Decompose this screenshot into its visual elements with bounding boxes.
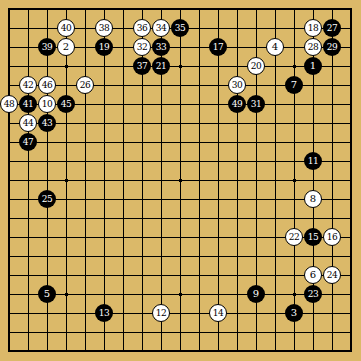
white-stone-disc: 20	[247, 57, 265, 75]
white-stone-move-34: 34	[152, 19, 171, 38]
move-number: 40	[61, 23, 71, 32]
black-stone-disc: 9	[247, 285, 265, 303]
move-number: 35	[175, 23, 185, 32]
move-number: 7	[291, 80, 297, 90]
black-stone-move-39: 39	[38, 38, 57, 57]
move-number: 42	[23, 80, 33, 89]
white-stone-disc: 26	[76, 76, 94, 94]
move-number: 1	[310, 61, 316, 71]
move-number: 2	[63, 42, 69, 52]
white-stone-move-48: 48	[0, 95, 19, 114]
black-stone-disc: 27	[323, 19, 341, 37]
move-number: 11	[308, 156, 318, 165]
white-stone-disc: 48	[0, 95, 18, 113]
white-stone-move-12: 12	[152, 304, 171, 323]
black-stone-move-45: 45	[57, 95, 76, 114]
white-stone-move-14: 14	[209, 304, 228, 323]
move-number: 46	[42, 80, 52, 89]
move-number: 44	[23, 118, 33, 127]
move-number: 19	[99, 42, 109, 51]
black-stone-disc: 39	[38, 38, 56, 56]
move-number: 33	[156, 42, 166, 51]
white-stone-disc: 24	[323, 266, 341, 284]
white-stone-move-6: 6	[304, 266, 323, 285]
move-number: 12	[156, 308, 166, 317]
black-stone-disc: 29	[323, 38, 341, 56]
white-stone-disc: 4	[266, 38, 284, 56]
move-number: 38	[99, 23, 109, 32]
move-number: 20	[251, 61, 261, 70]
white-stone-disc: 22	[285, 228, 303, 246]
black-stone-move-13: 13	[95, 304, 114, 323]
black-stone-move-35: 35	[171, 19, 190, 38]
black-stone-move-17: 17	[209, 38, 228, 57]
move-number: 36	[137, 23, 147, 32]
black-stone-disc: 19	[95, 38, 113, 56]
move-number: 21	[156, 61, 166, 70]
move-number: 49	[232, 99, 242, 108]
black-stone-move-27: 27	[323, 19, 342, 38]
move-number: 26	[80, 80, 90, 89]
white-stone-move-30: 30	[228, 76, 247, 95]
white-stone-disc: 36	[133, 19, 151, 37]
move-number: 14	[213, 308, 223, 317]
black-stone-move-9: 9	[247, 285, 266, 304]
black-stone-move-11: 11	[304, 152, 323, 171]
move-number: 13	[99, 308, 109, 317]
black-stone-disc: 7	[285, 76, 303, 94]
black-stone-move-5: 5	[38, 285, 57, 304]
black-stone-move-37: 37	[133, 57, 152, 76]
move-number: 5	[44, 289, 50, 299]
black-stone-disc: 33	[152, 38, 170, 56]
black-stone-disc: 5	[38, 285, 56, 303]
move-number: 34	[156, 23, 166, 32]
white-stone-move-28: 28	[304, 38, 323, 57]
black-stone-disc: 37	[133, 57, 151, 75]
black-stone-move-15: 15	[304, 228, 323, 247]
black-stone-move-21: 21	[152, 57, 171, 76]
black-stone-disc: 3	[285, 304, 303, 322]
white-stone-disc: 34	[152, 19, 170, 37]
move-number: 39	[42, 42, 52, 51]
move-number: 27	[327, 23, 337, 32]
move-number: 9	[253, 289, 259, 299]
move-number: 25	[42, 194, 52, 203]
black-stone-disc: 1	[304, 57, 322, 75]
black-stone-disc: 35	[171, 19, 189, 37]
black-stone-move-43: 43	[38, 114, 57, 133]
black-stone-move-47: 47	[19, 133, 38, 152]
move-number: 10	[42, 99, 52, 108]
white-stone-disc: 42	[19, 76, 37, 94]
white-stone-disc: 10	[38, 95, 56, 113]
black-stone-disc: 11	[304, 152, 322, 170]
move-number: 45	[61, 99, 71, 108]
white-stone-move-40: 40	[57, 19, 76, 38]
black-stone-disc: 47	[19, 133, 37, 151]
black-stone-move-31: 31	[247, 95, 266, 114]
move-number: 30	[232, 80, 242, 89]
move-number: 18	[308, 23, 318, 32]
white-stone-disc: 44	[19, 114, 37, 132]
white-stone-disc: 14	[209, 304, 227, 322]
black-stone-move-1: 1	[304, 57, 323, 76]
black-stone-disc: 45	[57, 95, 75, 113]
white-stone-disc: 46	[38, 76, 56, 94]
white-stone-disc: 38	[95, 19, 113, 37]
move-number: 43	[42, 118, 52, 127]
white-stone-disc: 32	[133, 38, 151, 56]
black-stone-move-41: 41	[19, 95, 38, 114]
move-number: 3	[291, 308, 297, 318]
white-stone-move-22: 22	[285, 228, 304, 247]
move-number: 31	[251, 99, 261, 108]
white-stone-move-10: 10	[38, 95, 57, 114]
move-number: 24	[327, 270, 337, 279]
black-stone-disc: 23	[304, 285, 322, 303]
white-stone-move-32: 32	[133, 38, 152, 57]
white-stone-move-26: 26	[76, 76, 95, 95]
black-stone-disc: 43	[38, 114, 56, 132]
black-stone-disc: 15	[304, 228, 322, 246]
move-number: 32	[137, 42, 147, 51]
white-stone-disc: 6	[304, 266, 322, 284]
move-number: 4	[272, 42, 278, 52]
move-number: 17	[213, 42, 223, 51]
white-stone-move-24: 24	[323, 266, 342, 285]
white-stone-disc: 40	[57, 19, 75, 37]
white-stone-move-42: 42	[19, 76, 38, 95]
white-stone-move-8: 8	[304, 190, 323, 209]
move-number: 22	[289, 232, 299, 241]
white-stone-move-20: 20	[247, 57, 266, 76]
white-stone-disc: 12	[152, 304, 170, 322]
black-stone-move-3: 3	[285, 304, 304, 323]
white-stone-move-36: 36	[133, 19, 152, 38]
white-stone-move-38: 38	[95, 19, 114, 38]
black-stone-disc: 13	[95, 304, 113, 322]
black-stone-move-23: 23	[304, 285, 323, 304]
black-stone-disc: 49	[228, 95, 246, 113]
white-stone-disc: 2	[57, 38, 75, 56]
white-stone-move-2: 2	[57, 38, 76, 57]
black-stone-move-29: 29	[323, 38, 342, 57]
black-stone-move-33: 33	[152, 38, 171, 57]
move-number: 37	[137, 61, 147, 70]
black-stone-move-49: 49	[228, 95, 247, 114]
white-stone-move-44: 44	[19, 114, 38, 133]
black-stone-move-7: 7	[285, 76, 304, 95]
white-stone-disc: 8	[304, 190, 322, 208]
move-number: 8	[310, 194, 316, 204]
white-stone-move-16: 16	[323, 228, 342, 247]
black-stone-disc: 17	[209, 38, 227, 56]
move-number: 47	[23, 137, 33, 146]
move-number: 28	[308, 42, 318, 51]
move-number: 48	[4, 99, 14, 108]
white-stone-disc: 18	[304, 19, 322, 37]
go-board: 1234567891011121314151617181920212223242…	[0, 0, 361, 361]
stone-layer: 1234567891011121314151617181920212223242…	[0, 0, 361, 361]
black-stone-move-25: 25	[38, 190, 57, 209]
move-number: 6	[310, 270, 316, 280]
move-number: 23	[308, 289, 318, 298]
black-stone-disc: 31	[247, 95, 265, 113]
black-stone-disc: 21	[152, 57, 170, 75]
move-number: 16	[327, 232, 337, 241]
white-stone-disc: 28	[304, 38, 322, 56]
black-stone-disc: 41	[19, 95, 37, 113]
black-stone-disc: 25	[38, 190, 56, 208]
white-stone-move-4: 4	[266, 38, 285, 57]
black-stone-move-19: 19	[95, 38, 114, 57]
white-stone-move-18: 18	[304, 19, 323, 38]
white-stone-move-46: 46	[38, 76, 57, 95]
move-number: 29	[327, 42, 337, 51]
move-number: 15	[308, 232, 318, 241]
move-number: 41	[23, 99, 33, 108]
white-stone-disc: 16	[323, 228, 341, 246]
white-stone-disc: 30	[228, 76, 246, 94]
